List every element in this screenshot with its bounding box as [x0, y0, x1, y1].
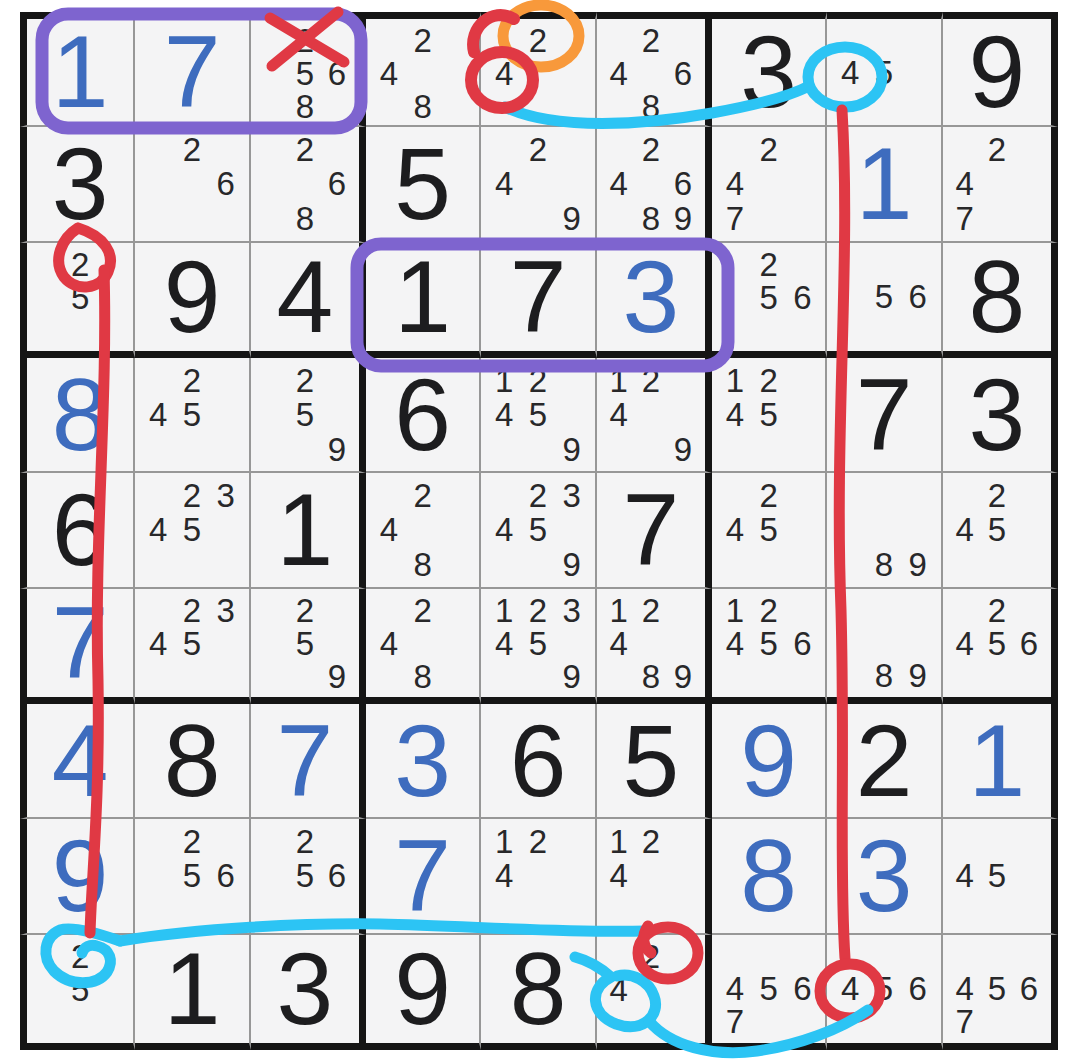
candidate-2: 2	[981, 594, 1013, 627]
candidate-1	[833, 594, 867, 627]
candidate-7	[141, 201, 175, 235]
cell-r5c7[interactable]: 245	[712, 473, 827, 588]
candidate-1	[257, 24, 289, 57]
candidate-6: 6	[786, 281, 820, 314]
candidate-8	[289, 893, 321, 927]
candidate-6	[555, 57, 589, 90]
candidate-2: 2	[635, 824, 667, 858]
candidates: 123459	[481, 589, 594, 697]
candidate-8	[521, 432, 555, 466]
candidate-8	[635, 432, 667, 466]
candidate-4	[257, 57, 289, 90]
candidate-3	[555, 132, 589, 166]
candidate-2: 2	[175, 363, 209, 397]
cell-r7c6[interactable]: 5	[597, 704, 712, 819]
candidate-6	[901, 626, 935, 659]
cell-r3c5[interactable]: 7	[481, 243, 596, 358]
candidate-7	[833, 1005, 867, 1038]
candidate-2: 2	[521, 132, 555, 166]
candidate-9	[1013, 660, 1045, 692]
candidate-1	[487, 478, 521, 512]
candidates: 2456	[943, 589, 1051, 697]
candidates: 12456	[712, 589, 825, 697]
candidate-6	[555, 627, 589, 660]
cell-r8c8[interactable]: 3	[827, 819, 942, 934]
candidate-2: 2	[406, 594, 440, 627]
cell-r9c3[interactable]: 3	[251, 935, 366, 1050]
candidates: 456	[827, 935, 940, 1043]
candidate-3: 3	[209, 478, 243, 512]
candidate-7	[603, 201, 635, 235]
candidate-7	[372, 90, 406, 123]
cell-r6c7[interactable]: 12456	[712, 589, 827, 704]
candidate-5: 5	[521, 513, 555, 547]
candidate-7	[603, 90, 635, 123]
candidate-9: 9	[901, 659, 935, 692]
candidate-7	[141, 432, 175, 466]
candidate-6: 6	[321, 167, 353, 201]
candidate-6: 6	[321, 57, 353, 90]
cell-r8c2[interactable]: 256	[135, 819, 250, 934]
candidate-6	[209, 397, 243, 431]
candidate-9	[786, 547, 820, 581]
candidate-7	[949, 660, 981, 692]
candidate-8	[981, 201, 1013, 235]
candidate-2: 2	[175, 132, 209, 166]
candidate-5	[521, 859, 555, 893]
cell-r5c9[interactable]: 245	[943, 473, 1058, 588]
candidate-2: 2	[635, 594, 667, 627]
cell-r7c1[interactable]: 4	[20, 704, 135, 819]
candidate-7	[487, 432, 521, 466]
cell-r4c5[interactable]: 12459	[481, 358, 596, 473]
candidates: 124	[597, 819, 705, 932]
cell-r3c6[interactable]: 3	[597, 243, 712, 358]
cell-r3c2[interactable]: 9	[135, 243, 250, 358]
candidates: 25	[27, 243, 133, 351]
candidate-3	[786, 940, 820, 972]
candidate-4: 4	[372, 513, 406, 547]
cell-r2c5[interactable]: 249	[481, 127, 596, 242]
candidates: 259	[251, 589, 359, 697]
cell-r7c2[interactable]: 8	[135, 704, 250, 819]
candidate-2: 2	[521, 594, 555, 627]
cell-r8c7[interactable]: 8	[712, 819, 827, 934]
candidate-2: 2	[289, 363, 321, 397]
candidate-9	[555, 90, 589, 120]
candidate-1	[833, 24, 867, 56]
candidate-3	[667, 594, 699, 627]
cell-r1c6[interactable]: 2468	[597, 12, 712, 127]
candidate-1: 1	[603, 363, 635, 397]
cell-r5c3[interactable]: 1	[251, 473, 366, 588]
given-digit: 3	[52, 133, 109, 235]
candidate-4: 4	[487, 167, 521, 201]
candidate-2: 2	[981, 132, 1013, 166]
cell-r4c4[interactable]: 6	[366, 358, 481, 473]
cell-r5c2[interactable]: 2345	[135, 473, 250, 588]
given-digit: 3	[968, 364, 1025, 466]
candidate-6	[1013, 167, 1045, 201]
cell-r4c6[interactable]: 1249	[597, 358, 712, 473]
candidate-4	[833, 626, 867, 659]
given-digit: 1	[394, 246, 451, 348]
candidate-6	[786, 397, 820, 431]
candidate-1: 1	[487, 363, 521, 397]
candidate-7	[718, 547, 752, 581]
candidate-9: 9	[555, 201, 589, 235]
candidates: 249	[481, 127, 594, 240]
candidate-6	[440, 627, 474, 660]
cell-r6c5[interactable]: 123459	[481, 589, 596, 704]
candidate-1	[487, 24, 521, 57]
candidate-8	[752, 1005, 786, 1038]
candidate-1	[257, 824, 289, 858]
candidate-1: 1	[487, 594, 521, 627]
cell-r9c5[interactable]: 8	[481, 935, 596, 1050]
candidate-4: 4	[833, 972, 867, 1005]
candidate-8	[175, 893, 209, 927]
cell-r6c6[interactable]: 12489	[597, 589, 712, 704]
cell-r4c7[interactable]: 1245	[712, 358, 827, 473]
candidate-5: 5	[981, 627, 1013, 660]
given-digit: 1	[276, 479, 333, 581]
candidates: 25	[27, 935, 133, 1043]
candidates: 24	[597, 935, 705, 1043]
cell-r9c1[interactable]: 25	[20, 935, 135, 1050]
cell-r5c8[interactable]: 89	[827, 473, 942, 588]
cell-r8c1[interactable]: 9	[20, 819, 135, 934]
candidate-9	[440, 547, 474, 581]
candidate-4	[33, 281, 64, 314]
cell-r1c1[interactable]: 1	[20, 12, 135, 127]
candidates: 245	[943, 473, 1051, 586]
cell-r1c7[interactable]: 3	[712, 12, 827, 127]
candidate-4: 4	[949, 627, 981, 660]
candidate-3	[555, 363, 589, 397]
candidate-1	[949, 940, 981, 972]
cell-r9c9[interactable]: 4567	[943, 935, 1058, 1050]
candidate-7: 7	[949, 201, 981, 235]
cell-r7c9[interactable]: 1	[943, 704, 1058, 819]
candidate-5	[521, 167, 555, 201]
candidate-1: 1	[603, 594, 635, 627]
candidate-2: 2	[289, 24, 321, 57]
candidate-6	[667, 859, 699, 893]
cell-r1c8[interactable]: 45	[827, 12, 942, 127]
cell-r4c2[interactable]: 245	[135, 358, 250, 473]
cell-r6c9[interactable]: 2456	[943, 589, 1058, 704]
candidate-7	[487, 201, 521, 235]
candidate-1	[141, 478, 175, 512]
given-digit: 3	[276, 938, 333, 1040]
candidate-9: 9	[667, 201, 699, 235]
candidate-6: 6	[786, 972, 820, 1005]
solved-digit: 3	[856, 825, 913, 927]
candidate-8	[64, 314, 95, 346]
candidates: 247	[943, 127, 1051, 240]
candidate-3	[440, 594, 474, 627]
candidate-1	[372, 478, 406, 512]
cell-r7c3[interactable]: 7	[251, 704, 366, 819]
cell-r1c4[interactable]: 248	[366, 12, 481, 127]
candidate-2: 2	[981, 478, 1013, 512]
candidate-2: 2	[521, 478, 555, 512]
candidate-4: 4	[603, 57, 635, 90]
given-digit: 8	[968, 246, 1025, 348]
candidate-6	[209, 627, 243, 660]
candidate-1	[487, 132, 521, 166]
candidate-1	[718, 478, 752, 512]
candidate-3	[1013, 824, 1045, 858]
candidate-9	[209, 201, 243, 235]
candidates: 2345	[135, 473, 248, 586]
candidate-8	[289, 432, 321, 466]
candidate-1	[257, 363, 289, 397]
cell-r8c4[interactable]: 7	[366, 819, 481, 934]
cell-r9c6[interactable]: 24	[597, 935, 712, 1050]
candidate-9	[96, 1006, 127, 1038]
candidate-4: 4	[141, 513, 175, 547]
candidate-9: 9	[321, 660, 353, 693]
cell-r2c1[interactable]: 3	[20, 127, 135, 242]
candidate-7	[257, 893, 289, 927]
candidate-7	[257, 201, 289, 235]
candidate-2: 2	[175, 594, 209, 627]
cell-r9c8[interactable]: 456	[827, 935, 942, 1050]
candidate-5	[289, 167, 321, 201]
candidate-6: 6	[209, 167, 243, 201]
candidate-1	[257, 594, 289, 627]
candidate-2: 2	[752, 248, 786, 281]
candidate-2: 2	[635, 940, 667, 973]
cell-r6c1[interactable]: 7	[20, 589, 135, 704]
candidate-4	[257, 859, 289, 893]
candidate-7: 7	[718, 1005, 752, 1038]
candidate-3	[321, 824, 353, 858]
cell-r3c8[interactable]: 56	[827, 243, 942, 358]
candidate-6	[555, 513, 589, 547]
candidate-8: 8	[406, 90, 440, 123]
given-digit: 5	[622, 710, 679, 812]
cell-r6c4[interactable]: 248	[366, 589, 481, 704]
candidate-5	[406, 627, 440, 660]
candidate-6	[440, 57, 474, 90]
candidate-1	[257, 132, 289, 166]
cell-r1c2[interactable]: 7	[135, 12, 250, 127]
cell-r7c4[interactable]: 3	[366, 704, 481, 819]
cell-r8c6[interactable]: 124	[597, 819, 712, 934]
candidate-8	[635, 1006, 667, 1038]
candidate-9: 9	[667, 660, 699, 693]
candidate-3	[786, 594, 820, 627]
solved-digit: 9	[52, 825, 109, 927]
candidate-7	[603, 660, 635, 693]
candidate-9	[321, 90, 353, 123]
cell-r5c4[interactable]: 248	[366, 473, 481, 588]
cell-r3c1[interactable]: 25	[20, 243, 135, 358]
candidate-1	[33, 248, 64, 281]
candidate-8: 8	[867, 659, 901, 692]
candidate-5	[867, 626, 901, 659]
candidate-9	[786, 660, 820, 692]
candidate-7: 7	[949, 1005, 981, 1038]
candidate-3	[901, 248, 935, 281]
candidate-5: 5	[175, 397, 209, 431]
cell-r3c3[interactable]: 4	[251, 243, 366, 358]
cell-r2c4[interactable]: 5	[366, 127, 481, 242]
candidate-4: 4	[603, 167, 635, 201]
candidate-3	[1013, 478, 1045, 512]
cell-r4c8[interactable]: 7	[827, 358, 942, 473]
cell-r6c2[interactable]: 2345	[135, 589, 250, 704]
candidate-3	[786, 248, 820, 281]
candidate-9	[440, 90, 474, 123]
candidate-6: 6	[209, 859, 243, 893]
candidate-1	[372, 24, 406, 57]
candidate-1	[141, 132, 175, 166]
candidates: 89	[827, 589, 940, 697]
candidate-3	[901, 594, 935, 627]
cell-r4c1[interactable]: 8	[20, 358, 135, 473]
cell-r2c3[interactable]: 268	[251, 127, 366, 242]
candidate-9: 9	[667, 432, 699, 466]
cell-r3c4[interactable]: 1	[366, 243, 481, 358]
cell-r8c9[interactable]: 45	[943, 819, 1058, 934]
candidate-2: 2	[752, 594, 786, 627]
candidate-4: 4	[949, 167, 981, 201]
cell-r8c5[interactable]: 124	[481, 819, 596, 934]
cell-r2c7[interactable]: 247	[712, 127, 827, 242]
cell-r2c9[interactable]: 247	[943, 127, 1058, 242]
cell-r2c2[interactable]: 26	[135, 127, 250, 242]
candidates: 256	[135, 819, 248, 932]
candidate-4: 4	[718, 627, 752, 660]
candidate-3	[321, 594, 353, 627]
cell-r9c7[interactable]: 4567	[712, 935, 827, 1050]
candidates: 12459	[481, 358, 594, 471]
candidate-8: 8	[867, 547, 901, 581]
given-digit: 8	[510, 938, 567, 1040]
candidate-3	[786, 363, 820, 397]
candidate-1	[33, 940, 64, 973]
cell-r7c5[interactable]: 6	[481, 704, 596, 819]
candidate-2: 2	[635, 363, 667, 397]
candidate-8	[752, 201, 786, 235]
solved-digit: 7	[52, 592, 109, 694]
candidate-3	[321, 24, 353, 57]
candidate-2	[867, 24, 901, 56]
given-digit: 6	[394, 364, 451, 466]
cell-r3c9[interactable]: 8	[943, 243, 1058, 358]
cell-r5c6[interactable]: 7	[597, 473, 712, 588]
cell-r2c6[interactable]: 24689	[597, 127, 712, 242]
cell-r9c2[interactable]: 1	[135, 935, 250, 1050]
candidate-4	[257, 627, 289, 660]
given-digit: 6	[510, 710, 567, 812]
candidate-5	[521, 57, 555, 90]
candidate-7	[603, 432, 635, 466]
cell-r1c3[interactable]: 2568	[251, 12, 366, 127]
candidate-6	[321, 397, 353, 431]
candidate-4: 4	[487, 397, 521, 431]
cell-r9c4[interactable]: 9	[366, 935, 481, 1050]
candidate-1	[949, 478, 981, 512]
candidate-3	[1013, 594, 1045, 627]
candidate-3	[321, 363, 353, 397]
candidate-6	[209, 513, 243, 547]
candidate-4: 4	[603, 397, 635, 431]
candidates: 1245	[712, 358, 825, 471]
cell-r5c1[interactable]: 6	[20, 473, 135, 588]
candidates: 247	[712, 127, 825, 240]
candidate-5	[635, 627, 667, 660]
candidate-1	[372, 594, 406, 627]
candidate-1	[141, 594, 175, 627]
candidate-8	[521, 201, 555, 235]
candidate-3: 3	[555, 594, 589, 627]
cell-r6c3[interactable]: 259	[251, 589, 366, 704]
candidate-5: 5	[981, 859, 1013, 893]
candidate-9	[1013, 1005, 1045, 1038]
candidate-2: 2	[406, 24, 440, 57]
given-digit: 7	[622, 479, 679, 581]
cell-r2c8[interactable]: 1	[827, 127, 942, 242]
cell-r7c8[interactable]: 2	[827, 704, 942, 819]
candidate-3	[667, 132, 699, 166]
candidate-3	[786, 478, 820, 512]
candidate-3	[1013, 132, 1045, 166]
candidates: 124	[481, 819, 594, 932]
candidate-6: 6	[901, 972, 935, 1005]
cell-r5c5[interactable]: 23459	[481, 473, 596, 588]
given-digit: 9	[394, 938, 451, 1040]
candidate-8: 8	[635, 201, 667, 235]
solved-digit: 7	[276, 710, 333, 812]
cell-r4c9[interactable]: 3	[943, 358, 1058, 473]
solved-digit: 1	[856, 133, 913, 235]
cell-r1c9[interactable]: 9	[943, 12, 1058, 127]
candidate-4: 4	[487, 57, 521, 90]
candidate-5: 5	[752, 397, 786, 431]
cell-r7c7[interactable]: 9	[712, 704, 827, 819]
cell-r8c3[interactable]: 256	[251, 819, 366, 934]
given-digit: 7	[856, 364, 913, 466]
sudoku-app: 1725682482424683459326268524924689247124…	[0, 0, 1080, 1060]
candidate-1	[141, 824, 175, 858]
candidate-9	[1013, 201, 1045, 235]
candidate-4	[141, 859, 175, 893]
candidate-8: 8	[635, 660, 667, 693]
candidate-5: 5	[289, 859, 321, 893]
candidates: 56	[827, 243, 940, 351]
cell-r6c8[interactable]: 89	[827, 589, 942, 704]
candidate-6: 6	[1013, 972, 1045, 1005]
candidate-7	[603, 1006, 635, 1038]
candidate-5: 5	[175, 513, 209, 547]
candidate-8	[175, 660, 209, 692]
candidate-1	[603, 940, 635, 973]
candidate-1	[141, 363, 175, 397]
candidate-7	[33, 314, 64, 346]
cell-r3c7[interactable]: 256	[712, 243, 827, 358]
candidate-2	[867, 478, 901, 512]
cell-r1c5[interactable]: 24	[481, 12, 596, 127]
candidate-5	[175, 167, 209, 201]
cell-r4c3[interactable]: 259	[251, 358, 366, 473]
candidate-9: 9	[901, 547, 935, 581]
candidate-8	[175, 432, 209, 466]
